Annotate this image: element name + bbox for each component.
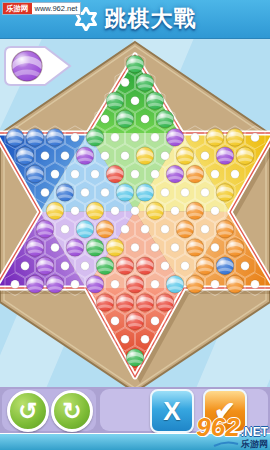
marble-red[interactable]	[116, 294, 134, 312]
marble-green[interactable]	[96, 257, 114, 275]
marble-orange[interactable]	[186, 202, 204, 220]
marble-orange[interactable]	[96, 220, 114, 238]
board-hole[interactable]	[201, 188, 210, 197]
watermark-bottom-logo: 962 .NET 乐游网	[178, 415, 268, 449]
marble-red[interactable]	[106, 165, 124, 183]
marble-cyan[interactable]	[136, 184, 154, 202]
board-hole[interactable]	[101, 115, 110, 124]
board-hole[interactable]	[211, 207, 220, 216]
marble-orange[interactable]	[226, 275, 244, 293]
marble-cyan[interactable]	[166, 275, 184, 293]
redo-button[interactable]: ↻	[51, 390, 93, 432]
board-hole[interactable]	[171, 243, 180, 252]
logo-962: 962	[196, 415, 239, 439]
marble-orange[interactable]	[226, 239, 244, 257]
marble-purple[interactable]	[36, 257, 54, 275]
board-hole[interactable]	[191, 133, 200, 142]
marble-blue[interactable]	[56, 184, 74, 202]
board-hole[interactable]	[151, 170, 160, 179]
board-hole[interactable]	[151, 133, 160, 142]
logo-site: 乐游网	[241, 439, 268, 449]
marble-purple[interactable]	[76, 147, 94, 165]
board-hole[interactable]	[131, 243, 140, 252]
logo-swoosh-icon	[213, 440, 239, 448]
marble-yellow[interactable]	[206, 129, 224, 147]
marble-green[interactable]	[86, 239, 104, 257]
board-hole[interactable]	[121, 151, 130, 160]
marble-red[interactable]	[126, 275, 144, 293]
marble-purple[interactable]	[166, 129, 184, 147]
board-hole[interactable]	[251, 133, 260, 142]
board-hole[interactable]	[131, 133, 140, 142]
board-hole[interactable]	[131, 96, 140, 105]
marble-yellow[interactable]	[216, 184, 234, 202]
marble-purple[interactable]	[216, 147, 234, 165]
board-hole[interactable]	[91, 170, 100, 179]
watermark-site: 乐游网	[3, 3, 32, 14]
board-hole[interactable]	[161, 188, 170, 197]
board-hole[interactable]	[211, 170, 220, 179]
marble-orange[interactable]	[186, 275, 204, 293]
board-hole[interactable]	[151, 243, 160, 252]
watermark-url: www.962.net	[32, 3, 81, 14]
marble-red[interactable]	[116, 257, 134, 275]
marble-blue[interactable]	[216, 257, 234, 275]
board-hole[interactable]	[61, 225, 70, 234]
board-hole[interactable]	[71, 170, 80, 179]
board-hole[interactable]	[131, 207, 140, 216]
logo-net: .NET	[241, 425, 268, 439]
marble-blue[interactable]	[46, 129, 64, 147]
board-hole[interactable]	[161, 151, 170, 160]
marble-purple[interactable]	[36, 220, 54, 238]
marble-yellow[interactable]	[86, 202, 104, 220]
board-hole[interactable]	[151, 280, 160, 289]
turn-marble-purple	[12, 51, 43, 81]
board-hole[interactable]	[131, 170, 140, 179]
board-hole[interactable]	[81, 188, 90, 197]
page-title: 跳棋大戰	[105, 4, 197, 34]
undo-icon: ↺	[18, 400, 37, 423]
board-hole[interactable]	[141, 335, 150, 344]
board-hole[interactable]	[141, 225, 150, 234]
marble-green[interactable]	[126, 349, 144, 367]
board-hole[interactable]	[141, 115, 150, 124]
marble-cyan[interactable]	[76, 220, 94, 238]
marble-yellow[interactable]	[136, 147, 154, 165]
board-hole[interactable]	[61, 151, 70, 160]
board-hole[interactable]	[201, 151, 210, 160]
marble-yellow[interactable]	[226, 129, 244, 147]
turn-indicator	[0, 42, 76, 90]
board-hole[interactable]	[161, 262, 170, 271]
board-hole[interactable]	[111, 280, 120, 289]
marble-orange[interactable]	[186, 239, 204, 257]
board-hole[interactable]	[111, 317, 120, 326]
board-hole[interactable]	[241, 262, 250, 271]
marble-green[interactable]	[156, 110, 174, 128]
board-hole[interactable]	[71, 280, 80, 289]
board-hole[interactable]	[151, 317, 160, 326]
board-hole[interactable]	[41, 151, 50, 160]
board-hole[interactable]	[161, 225, 170, 234]
marble-blue[interactable]	[26, 129, 44, 147]
marble-yellow[interactable]	[236, 147, 254, 165]
board-hole[interactable]	[101, 151, 110, 160]
board-hole[interactable]	[71, 133, 80, 142]
marble-red[interactable]	[96, 294, 114, 312]
marble-blue[interactable]	[26, 165, 44, 183]
marble-orange[interactable]	[176, 220, 194, 238]
marble-orange[interactable]	[216, 220, 234, 238]
marble-green[interactable]	[126, 55, 144, 73]
board-hole[interactable]	[81, 262, 90, 271]
board-hole[interactable]	[201, 225, 210, 234]
app-screen: 跳棋大戰 乐游网 www.962.net ↺ ↻ X ✔ 962	[0, 0, 270, 450]
board-hole[interactable]	[181, 262, 190, 271]
watermark-top: 乐游网 www.962.net	[2, 2, 81, 15]
marble-purple[interactable]	[26, 275, 44, 293]
marble-green[interactable]	[146, 92, 164, 110]
board-hole[interactable]	[11, 280, 20, 289]
marble-blue[interactable]	[16, 147, 34, 165]
board-hole[interactable]	[71, 207, 80, 216]
board-hole[interactable]	[121, 225, 130, 234]
marble-red[interactable]	[136, 294, 154, 312]
marble-yellow[interactable]	[176, 147, 194, 165]
marble-green[interactable]	[86, 129, 104, 147]
marble-red[interactable]	[126, 312, 144, 330]
board-hole[interactable]	[181, 188, 190, 197]
marble-orange[interactable]	[196, 257, 214, 275]
board-hole[interactable]	[231, 170, 240, 179]
marble-yellow[interactable]	[106, 239, 124, 257]
board-hole[interactable]	[251, 280, 260, 289]
marble-blue[interactable]	[6, 129, 24, 147]
board-hole[interactable]	[111, 133, 120, 142]
marble-red[interactable]	[136, 257, 154, 275]
board-hole[interactable]	[101, 188, 110, 197]
board-hole[interactable]	[121, 78, 130, 87]
board-hole[interactable]	[51, 243, 60, 252]
marble-green[interactable]	[136, 74, 154, 92]
board-hole[interactable]	[111, 207, 120, 216]
marble-purple[interactable]	[46, 275, 64, 293]
board-hole[interactable]	[211, 280, 220, 289]
board-hole[interactable]	[51, 170, 60, 179]
marble-purple[interactable]	[166, 165, 184, 183]
marble-purple[interactable]	[26, 239, 44, 257]
marble-yellow[interactable]	[146, 202, 164, 220]
board-hole[interactable]	[171, 207, 180, 216]
marble-red[interactable]	[156, 294, 174, 312]
marble-purple[interactable]	[66, 239, 84, 257]
marble-orange[interactable]	[186, 165, 204, 183]
board-hole[interactable]	[211, 243, 220, 252]
redo-icon: ↻	[62, 400, 81, 423]
board-hole[interactable]	[41, 188, 50, 197]
marble-cyan[interactable]	[116, 184, 134, 202]
undo-button[interactable]: ↺	[7, 390, 49, 432]
board-hole[interactable]	[121, 335, 130, 344]
marble-green[interactable]	[116, 110, 134, 128]
board-hole[interactable]	[21, 262, 30, 271]
board-hole[interactable]	[61, 262, 70, 271]
marble-yellow[interactable]	[46, 202, 64, 220]
marble-green[interactable]	[106, 92, 124, 110]
marble-purple[interactable]	[86, 275, 104, 293]
